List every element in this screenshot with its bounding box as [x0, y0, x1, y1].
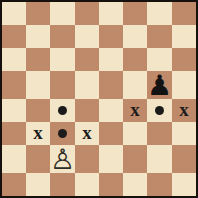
board-grid: ♟xxxx♙	[2, 2, 196, 196]
square-c8[interactable]	[50, 2, 75, 25]
square-g7[interactable]	[147, 25, 172, 48]
square-g6[interactable]	[147, 48, 172, 71]
square-d6[interactable]	[75, 48, 99, 71]
square-a1[interactable]	[2, 173, 26, 196]
square-g3[interactable]	[147, 122, 172, 145]
square-f4[interactable]: x	[123, 99, 147, 122]
square-e4[interactable]	[99, 99, 123, 122]
square-b5[interactable]	[26, 71, 50, 99]
square-b3[interactable]: x	[26, 122, 50, 145]
square-g8[interactable]	[147, 2, 172, 25]
square-f7[interactable]	[123, 25, 147, 48]
black-pawn[interactable]: ♟	[147, 72, 172, 100]
square-f6[interactable]	[123, 48, 147, 71]
capture-mark: x	[82, 123, 92, 142]
square-h6[interactable]	[172, 48, 196, 71]
square-g1[interactable]	[147, 173, 172, 196]
square-a5[interactable]	[2, 71, 26, 99]
square-d3[interactable]: x	[75, 122, 99, 145]
square-a4[interactable]	[2, 99, 26, 122]
square-b8[interactable]	[26, 2, 50, 25]
square-e7[interactable]	[99, 25, 123, 48]
square-d7[interactable]	[75, 25, 99, 48]
square-h3[interactable]	[172, 122, 196, 145]
square-c7[interactable]	[50, 25, 75, 48]
square-a7[interactable]	[2, 25, 26, 48]
square-f3[interactable]	[123, 122, 147, 145]
square-c4[interactable]	[50, 99, 75, 122]
square-h1[interactable]	[172, 173, 196, 196]
square-e1[interactable]	[99, 173, 123, 196]
square-g5[interactable]: ♟	[147, 71, 172, 99]
square-g2[interactable]	[147, 145, 172, 173]
square-c2[interactable]: ♙	[50, 145, 75, 173]
square-a6[interactable]	[2, 48, 26, 71]
chess-diagram: ♟xxxx♙	[0, 0, 198, 198]
square-b2[interactable]	[26, 145, 50, 173]
square-c5[interactable]	[50, 71, 75, 99]
square-f1[interactable]	[123, 173, 147, 196]
square-f2[interactable]	[123, 145, 147, 173]
move-dot	[58, 129, 67, 138]
square-b1[interactable]	[26, 173, 50, 196]
square-h7[interactable]	[172, 25, 196, 48]
square-e6[interactable]	[99, 48, 123, 71]
capture-mark: x	[179, 100, 189, 119]
capture-mark: x	[130, 100, 140, 119]
square-d4[interactable]	[75, 99, 99, 122]
square-a2[interactable]	[2, 145, 26, 173]
square-d1[interactable]	[75, 173, 99, 196]
capture-mark: x	[33, 123, 43, 142]
square-f5[interactable]	[123, 71, 147, 99]
square-h2[interactable]	[172, 145, 196, 173]
square-e8[interactable]	[99, 2, 123, 25]
square-h8[interactable]	[172, 2, 196, 25]
square-h4[interactable]: x	[172, 99, 196, 122]
square-b6[interactable]	[26, 48, 50, 71]
square-c1[interactable]	[50, 173, 75, 196]
square-d5[interactable]	[75, 71, 99, 99]
square-c6[interactable]	[50, 48, 75, 71]
square-a8[interactable]	[2, 2, 26, 25]
square-e5[interactable]	[99, 71, 123, 99]
white-pawn[interactable]: ♙	[50, 146, 75, 174]
move-dot	[155, 106, 164, 115]
square-e2[interactable]	[99, 145, 123, 173]
square-b4[interactable]	[26, 99, 50, 122]
square-a3[interactable]	[2, 122, 26, 145]
square-g4[interactable]	[147, 99, 172, 122]
square-b7[interactable]	[26, 25, 50, 48]
square-e3[interactable]	[99, 122, 123, 145]
square-c3[interactable]	[50, 122, 75, 145]
square-f8[interactable]	[123, 2, 147, 25]
square-h5[interactable]	[172, 71, 196, 99]
square-d2[interactable]	[75, 145, 99, 173]
square-d8[interactable]	[75, 2, 99, 25]
move-dot	[58, 106, 67, 115]
